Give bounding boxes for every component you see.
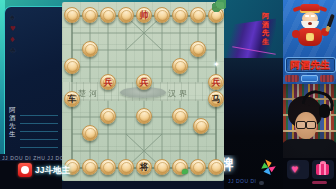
- host-name-vertical-left: 阿酒先生: [9, 106, 17, 138]
- board-bottom-strip: [62, 181, 224, 189]
- piece-red-帅[interactable]: 帅: [136, 7, 152, 23]
- brand-bar: JJ DOU DI ZHU JJ DOU D JJ斗地主: [0, 154, 62, 189]
- piece-red-兵[interactable]: 兵: [136, 74, 152, 90]
- piece-face-down[interactable]: [172, 108, 188, 124]
- river-text-hanjie: 汉界: [168, 88, 190, 99]
- heart-icon: ♥: [10, 23, 16, 33]
- piece-face-down[interactable]: [190, 41, 206, 57]
- piece-face-down[interactable]: [118, 7, 134, 23]
- leaf-decoration-icon: [212, 0, 226, 12]
- gift-icon-bar: ♥: [283, 158, 336, 189]
- gift-button[interactable]: [312, 160, 334, 179]
- divider: [20, 123, 58, 124]
- pinwheel-activity-icon[interactable]: [260, 159, 277, 176]
- piece-face-down[interactable]: [82, 7, 98, 23]
- gift-label-smudge: [312, 181, 327, 184]
- tag-left: [285, 75, 299, 82]
- watermark-right: JJ DOU DI ZHU: [228, 178, 258, 184]
- sparkle-cursor-icon: ✦: [213, 60, 220, 69]
- piece-face-down[interactable]: [82, 125, 98, 141]
- left-overlay-panel: ♠ ♥ ♦ ♣ 阿酒先生: [4, 6, 62, 156]
- divider: [20, 147, 58, 148]
- like-button[interactable]: ♥: [287, 160, 309, 179]
- card-suit-column: ♠ ♥ ♦ ♣: [10, 12, 16, 55]
- small-grey-dot: [259, 181, 264, 185]
- river-text-chuhe: 楚河: [78, 88, 100, 99]
- partial-glow-glyph: 牌: [224, 155, 239, 175]
- xiangqi-board: 楚河 汉界 帅兵兵兵车马将 ✦: [62, 2, 224, 181]
- tag-center-button[interactable]: [301, 75, 318, 82]
- piece-face-down[interactable]: [154, 7, 170, 23]
- host-name-vertical-right: 阿酒先生: [262, 12, 270, 46]
- spade-icon: ♠: [10, 12, 16, 22]
- piece-face-down[interactable]: [118, 159, 134, 175]
- piece-black-将[interactable]: 将: [136, 159, 152, 175]
- piece-face-down[interactable]: [172, 58, 188, 74]
- club-icon: ♣: [10, 45, 16, 55]
- piece-face-down[interactable]: [100, 7, 116, 23]
- gift-box-icon: [316, 164, 329, 175]
- jj-app-logo: [18, 163, 32, 177]
- stream-screenshot: ♠ ♥ ♦ ♣ 阿酒先生: [0, 0, 336, 189]
- host-mascot-panel: 阿酒先生: [283, 0, 336, 84]
- piece-face-down[interactable]: [100, 159, 116, 175]
- host-name-banner: 阿酒先生: [285, 57, 336, 73]
- divider: [20, 115, 58, 116]
- sprout-decoration-icon: [182, 169, 188, 174]
- piece-face-down[interactable]: [136, 108, 152, 124]
- piece-face-down[interactable]: [190, 7, 206, 23]
- tag-row: [284, 74, 335, 82]
- god-of-wealth-mascot: [291, 4, 329, 58]
- webcam-vignette: [283, 84, 336, 158]
- watermark-left: JJ DOU DI ZHU JJ DOU D: [2, 155, 62, 161]
- piece-red-兵[interactable]: 兵: [100, 74, 116, 90]
- divider: [20, 139, 58, 140]
- piece-face-down[interactable]: [82, 159, 98, 175]
- piece-face-down[interactable]: [208, 159, 224, 175]
- piece-face-down[interactable]: [154, 159, 170, 175]
- piece-face-down[interactable]: [193, 118, 209, 134]
- piece-face-down[interactable]: [82, 41, 98, 57]
- divider: [20, 131, 58, 132]
- piece-face-down[interactable]: [172, 7, 188, 23]
- tag-right: [320, 75, 334, 82]
- piece-face-down[interactable]: [64, 58, 80, 74]
- jj-app-name: JJ斗地主: [35, 165, 70, 177]
- streamer-webcam: [283, 84, 336, 158]
- heart-icon: ♥: [291, 162, 298, 176]
- piece-black-车[interactable]: 车: [64, 91, 80, 107]
- piece-black-马[interactable]: 马: [208, 91, 224, 107]
- piece-red-兵[interactable]: 兵: [208, 74, 224, 90]
- piece-face-down[interactable]: [190, 159, 206, 175]
- diamond-icon: ♦: [10, 34, 16, 44]
- piece-face-down[interactable]: [64, 7, 80, 23]
- piece-face-down[interactable]: [100, 108, 116, 124]
